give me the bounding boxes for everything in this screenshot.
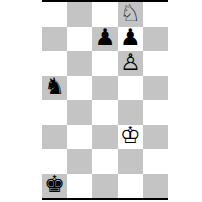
square-a4 xyxy=(42,100,67,125)
square-b3 xyxy=(67,125,92,150)
black-pawn-piece: ♟ xyxy=(95,27,116,50)
black-pawn-piece: ♟ xyxy=(120,27,141,50)
square-c3 xyxy=(92,125,117,150)
square-e3 xyxy=(143,125,168,150)
square-a6 xyxy=(42,51,67,76)
square-b6 xyxy=(67,51,92,76)
black-knight-piece: ♞ xyxy=(44,76,65,99)
square-c4 xyxy=(92,100,117,125)
square-c5 xyxy=(92,76,117,101)
square-e6 xyxy=(143,51,168,76)
square-d6: ♙ xyxy=(118,51,143,76)
square-e8 xyxy=(143,2,168,27)
square-c2 xyxy=(92,149,117,174)
square-c8 xyxy=(92,2,117,27)
black-king-piece: ♚ xyxy=(44,174,65,197)
square-d1 xyxy=(118,174,143,199)
square-a1: ♚ xyxy=(42,174,67,199)
square-e1 xyxy=(143,174,168,199)
diagram-page: ♘♟♟♙♞♔♚ xyxy=(0,0,202,202)
square-a8 xyxy=(42,2,67,27)
white-pawn-piece: ♙ xyxy=(120,51,141,74)
white-king-piece: ♔ xyxy=(120,125,141,148)
white-knight-piece: ♘ xyxy=(120,2,141,25)
square-b8 xyxy=(67,2,92,27)
square-e4 xyxy=(143,100,168,125)
square-d7: ♟ xyxy=(118,27,143,52)
square-a2 xyxy=(42,149,67,174)
square-b2 xyxy=(67,149,92,174)
square-b7 xyxy=(67,27,92,52)
square-b4 xyxy=(67,100,92,125)
chess-board: ♘♟♟♙♞♔♚ xyxy=(42,0,168,200)
square-a5: ♞ xyxy=(42,76,67,101)
square-e7 xyxy=(143,27,168,52)
square-b5 xyxy=(67,76,92,101)
square-a7 xyxy=(42,27,67,52)
square-e2 xyxy=(143,149,168,174)
square-c7: ♟ xyxy=(92,27,117,52)
square-e5 xyxy=(143,76,168,101)
square-d2 xyxy=(118,149,143,174)
square-d4 xyxy=(118,100,143,125)
square-d8: ♘ xyxy=(118,2,143,27)
square-d3: ♔ xyxy=(118,125,143,150)
square-c1 xyxy=(92,174,117,199)
square-d5 xyxy=(118,76,143,101)
square-c6 xyxy=(92,51,117,76)
square-b1 xyxy=(67,174,92,199)
square-a3 xyxy=(42,125,67,150)
